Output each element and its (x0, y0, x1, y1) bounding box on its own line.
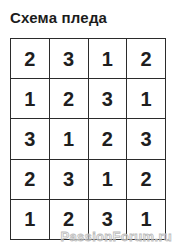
grid-cell: 2 (127, 160, 165, 199)
grid-cell: 1 (89, 39, 127, 78)
grid-cell: 2 (11, 39, 49, 78)
grid-cell: 3 (89, 79, 127, 118)
grid-cell: 2 (89, 119, 127, 158)
scheme-grid: 23121231312323121231 (10, 38, 166, 240)
grid-cell: 1 (89, 160, 127, 199)
grid-cell: 1 (11, 200, 49, 239)
grid-cell: 1 (127, 200, 165, 239)
grid-cell: 1 (11, 79, 49, 118)
page-title: Схема пледа (10, 9, 107, 26)
grid-cell: 3 (11, 119, 49, 158)
grid-cell: 2 (50, 200, 88, 239)
grid-cell: 3 (89, 200, 127, 239)
grid-cell: 2 (11, 160, 49, 199)
grid-cell: 2 (127, 39, 165, 78)
grid-cell: 1 (127, 79, 165, 118)
grid-cell: 3 (50, 160, 88, 199)
grid-cell: 3 (127, 119, 165, 158)
grid-cell: 2 (50, 79, 88, 118)
grid-cell: 1 (50, 119, 88, 158)
blanket-scheme-page: Схема пледа 23121231312323121231 Passion… (0, 0, 173, 246)
grid-cell: 3 (50, 39, 88, 78)
